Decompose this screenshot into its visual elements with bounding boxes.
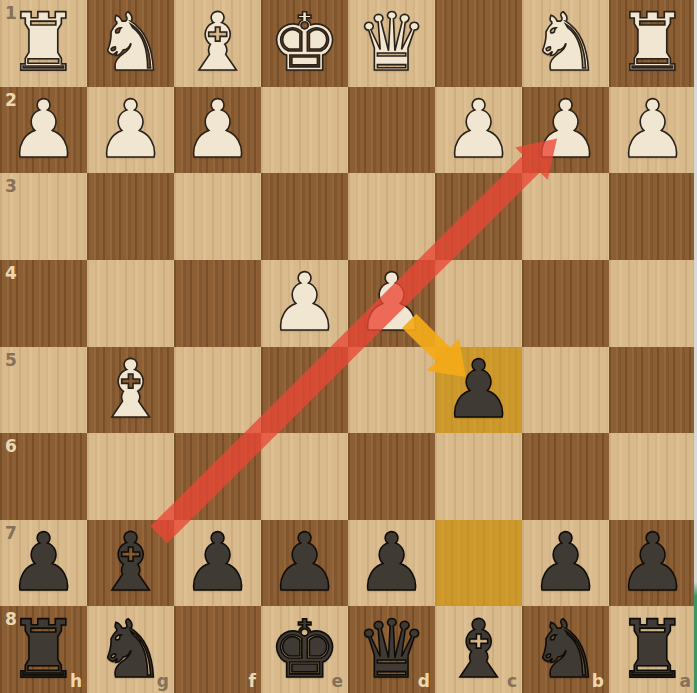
square-f8[interactable]: f xyxy=(174,606,261,693)
square-f5[interactable] xyxy=(174,347,261,434)
square-h1[interactable]: 1♜ xyxy=(0,0,87,87)
square-f1[interactable]: ♝ xyxy=(174,0,261,87)
square-g8[interactable]: g♞ xyxy=(87,606,174,693)
black-queen-d8[interactable]: ♛ xyxy=(348,606,435,693)
square-e3[interactable] xyxy=(261,173,348,260)
square-a6[interactable] xyxy=(609,433,696,520)
square-g7[interactable]: ♝ xyxy=(87,520,174,607)
square-c4[interactable] xyxy=(435,260,522,347)
white-pawn-c2[interactable]: ♟ xyxy=(435,87,522,174)
square-g2[interactable]: ♟ xyxy=(87,87,174,174)
square-g5[interactable]: ♝ xyxy=(87,347,174,434)
black-knight-g8[interactable]: ♞ xyxy=(87,606,174,693)
square-b2[interactable]: ♟ xyxy=(522,87,609,174)
square-h2[interactable]: 2♟ xyxy=(0,87,87,174)
white-pawn-g2[interactable]: ♟ xyxy=(87,87,174,174)
square-b5[interactable] xyxy=(522,347,609,434)
square-h4[interactable]: 4 xyxy=(0,260,87,347)
black-pawn-f7[interactable]: ♟ xyxy=(174,520,261,607)
rank-label-4: 4 xyxy=(5,263,17,283)
black-rook-h8[interactable]: ♜ xyxy=(0,606,87,693)
square-g1[interactable]: ♞ xyxy=(87,0,174,87)
square-d1[interactable]: ♛ xyxy=(348,0,435,87)
square-f2[interactable]: ♟ xyxy=(174,87,261,174)
black-bishop-c8[interactable]: ♝ xyxy=(435,606,522,693)
square-a1[interactable]: ♜ xyxy=(609,0,696,87)
white-knight-b1[interactable]: ♞ xyxy=(522,0,609,87)
black-pawn-c5[interactable]: ♟ xyxy=(435,347,522,434)
square-b8[interactable]: b♞ xyxy=(522,606,609,693)
white-bishop-g5[interactable]: ♝ xyxy=(87,347,174,434)
square-c5[interactable]: ♟ xyxy=(435,347,522,434)
square-h7[interactable]: 7♟ xyxy=(0,520,87,607)
square-b6[interactable] xyxy=(522,433,609,520)
chess-board: 1♜♞♝♚♛♞♜2♟♟♟♟♟♟34♟♟5♝♟67♟♝♟♟♟♟♟8h♜g♞fe♚d… xyxy=(0,0,696,693)
rank-label-5: 5 xyxy=(5,350,17,370)
square-g3[interactable] xyxy=(87,173,174,260)
square-a2[interactable]: ♟ xyxy=(609,87,696,174)
square-e4[interactable]: ♟ xyxy=(261,260,348,347)
black-pawn-a7[interactable]: ♟ xyxy=(609,520,696,607)
black-pawn-h7[interactable]: ♟ xyxy=(0,520,87,607)
square-d2[interactable] xyxy=(348,87,435,174)
square-c7[interactable] xyxy=(435,520,522,607)
white-pawn-f2[interactable]: ♟ xyxy=(174,87,261,174)
square-e8[interactable]: e♚ xyxy=(261,606,348,693)
white-pawn-h2[interactable]: ♟ xyxy=(0,87,87,174)
white-bishop-f1[interactable]: ♝ xyxy=(174,0,261,87)
square-c1[interactable] xyxy=(435,0,522,87)
white-pawn-a2[interactable]: ♟ xyxy=(609,87,696,174)
square-c8[interactable]: c♝ xyxy=(435,606,522,693)
square-d4[interactable]: ♟ xyxy=(348,260,435,347)
square-h5[interactable]: 5 xyxy=(0,347,87,434)
square-d5[interactable] xyxy=(348,347,435,434)
square-d7[interactable]: ♟ xyxy=(348,520,435,607)
square-e7[interactable]: ♟ xyxy=(261,520,348,607)
white-pawn-b2[interactable]: ♟ xyxy=(522,87,609,174)
square-g4[interactable] xyxy=(87,260,174,347)
white-queen-d1[interactable]: ♛ xyxy=(348,0,435,87)
white-king-e1[interactable]: ♚ xyxy=(261,0,348,87)
square-h6[interactable]: 6 xyxy=(0,433,87,520)
black-bishop-g7[interactable]: ♝ xyxy=(87,520,174,607)
white-pawn-e4[interactable]: ♟ xyxy=(261,260,348,347)
black-pawn-b7[interactable]: ♟ xyxy=(522,520,609,607)
square-a5[interactable] xyxy=(609,347,696,434)
square-e5[interactable] xyxy=(261,347,348,434)
square-e2[interactable] xyxy=(261,87,348,174)
black-pawn-e7[interactable]: ♟ xyxy=(261,520,348,607)
square-b1[interactable]: ♞ xyxy=(522,0,609,87)
square-c6[interactable] xyxy=(435,433,522,520)
rank-label-3: 3 xyxy=(5,176,17,196)
white-pawn-d4[interactable]: ♟ xyxy=(348,260,435,347)
square-e1[interactable]: ♚ xyxy=(261,0,348,87)
square-b4[interactable] xyxy=(522,260,609,347)
white-rook-h1[interactable]: ♜ xyxy=(0,0,87,87)
square-a4[interactable] xyxy=(609,260,696,347)
black-king-e8[interactable]: ♚ xyxy=(261,606,348,693)
rank-label-6: 6 xyxy=(5,436,17,456)
white-rook-a1[interactable]: ♜ xyxy=(609,0,696,87)
black-rook-a8[interactable]: ♜ xyxy=(609,606,696,693)
square-f6[interactable] xyxy=(174,433,261,520)
square-b7[interactable]: ♟ xyxy=(522,520,609,607)
file-label-f: f xyxy=(249,671,256,691)
black-knight-b8[interactable]: ♞ xyxy=(522,606,609,693)
last-move-highlight-c7 xyxy=(435,520,522,607)
square-a8[interactable]: a♜ xyxy=(609,606,696,693)
square-e6[interactable] xyxy=(261,433,348,520)
square-f3[interactable] xyxy=(174,173,261,260)
square-d3[interactable] xyxy=(348,173,435,260)
square-a7[interactable]: ♟ xyxy=(609,520,696,607)
square-f4[interactable] xyxy=(174,260,261,347)
square-d6[interactable] xyxy=(348,433,435,520)
square-a3[interactable] xyxy=(609,173,696,260)
white-knight-g1[interactable]: ♞ xyxy=(87,0,174,87)
black-pawn-d7[interactable]: ♟ xyxy=(348,520,435,607)
square-f7[interactable]: ♟ xyxy=(174,520,261,607)
square-g6[interactable] xyxy=(87,433,174,520)
square-c2[interactable]: ♟ xyxy=(435,87,522,174)
square-b3[interactable] xyxy=(522,173,609,260)
square-h3[interactable]: 3 xyxy=(0,173,87,260)
chess-app: 1♜♞♝♚♛♞♜2♟♟♟♟♟♟34♟♟5♝♟67♟♝♟♟♟♟♟8h♜g♞fe♚d… xyxy=(0,0,697,693)
square-h8[interactable]: 8h♜ xyxy=(0,606,87,693)
square-c3[interactable] xyxy=(435,173,522,260)
square-d8[interactable]: d♛ xyxy=(348,606,435,693)
